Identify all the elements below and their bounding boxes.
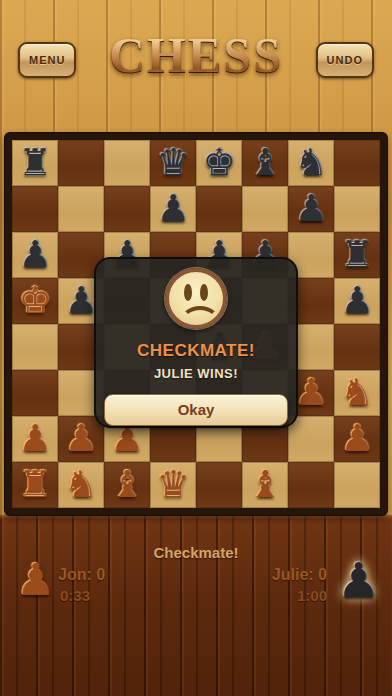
square-c1[interactable]: ♝ — [104, 462, 150, 508]
okay-button[interactable]: Okay — [104, 394, 288, 426]
app-screen: MENU CHESS UNDO ♜♛♚♝♞♟♟♟♟♟♟♜♚♟♞♟♝♟♟♞♟♟♟♟… — [0, 0, 392, 696]
sad-face-right-eye — [200, 284, 208, 301]
square-h3[interactable]: ♞ — [334, 370, 380, 416]
square-h2[interactable]: ♟ — [334, 416, 380, 462]
square-a2[interactable]: ♟ — [12, 416, 58, 462]
square-d7[interactable]: ♟ — [150, 186, 196, 232]
square-b7[interactable] — [58, 186, 104, 232]
square-g7[interactable]: ♟ — [288, 186, 334, 232]
square-g2[interactable] — [288, 416, 334, 462]
piece-black-king[interactable]: ♚ — [196, 140, 242, 186]
black-pawn-icon: ♟ — [337, 556, 380, 604]
piece-white-king[interactable]: ♚ — [12, 278, 58, 324]
square-b2[interactable]: ♟ — [58, 416, 104, 462]
piece-black-pawn[interactable]: ♟ — [12, 232, 58, 278]
sad-face-left-eye — [184, 284, 192, 301]
piece-white-pawn[interactable]: ♟ — [58, 416, 104, 462]
checkmate-dialog: CHECKMATE! JULIE WINS! Okay — [94, 257, 298, 428]
square-c8[interactable] — [104, 140, 150, 186]
square-a4[interactable] — [12, 324, 58, 370]
status-message: Checkmate! — [0, 544, 392, 561]
square-g8[interactable]: ♞ — [288, 140, 334, 186]
piece-black-pawn[interactable]: ♟ — [150, 186, 196, 232]
square-e1[interactable] — [196, 462, 242, 508]
square-a7[interactable] — [12, 186, 58, 232]
square-e8[interactable]: ♚ — [196, 140, 242, 186]
piece-white-bishop[interactable]: ♝ — [104, 462, 150, 508]
white-pawn-icon: ♟ — [16, 556, 55, 604]
piece-white-rook[interactable]: ♜ — [12, 462, 58, 508]
square-d1[interactable]: ♛ — [150, 462, 196, 508]
left-player-clock: 0:33 — [60, 587, 90, 604]
square-h4[interactable] — [334, 324, 380, 370]
square-h7[interactable] — [334, 186, 380, 232]
sad-face-icon — [165, 268, 227, 329]
dialog-title: CHECKMATE! — [137, 341, 255, 361]
piece-black-pawn[interactable]: ♟ — [334, 278, 380, 324]
square-b8[interactable] — [58, 140, 104, 186]
square-e7[interactable] — [196, 186, 242, 232]
wood-background-bottom — [0, 515, 392, 696]
square-h5[interactable]: ♟ — [334, 278, 380, 324]
square-a5[interactable]: ♚ — [12, 278, 58, 324]
square-h8[interactable] — [334, 140, 380, 186]
square-a1[interactable]: ♜ — [12, 462, 58, 508]
piece-black-rook[interactable]: ♜ — [12, 140, 58, 186]
piece-white-pawn[interactable]: ♟ — [334, 416, 380, 462]
piece-black-knight[interactable]: ♞ — [288, 140, 334, 186]
dialog-subtitle: JULIE WINS! — [154, 366, 238, 381]
piece-white-knight[interactable]: ♞ — [334, 370, 380, 416]
square-h6[interactable]: ♜ — [334, 232, 380, 278]
square-a6[interactable]: ♟ — [12, 232, 58, 278]
piece-white-knight[interactable]: ♞ — [58, 462, 104, 508]
undo-button[interactable]: UNDO — [316, 42, 374, 78]
piece-white-pawn[interactable]: ♟ — [12, 416, 58, 462]
piece-black-pawn[interactable]: ♟ — [288, 186, 334, 232]
square-a3[interactable] — [12, 370, 58, 416]
right-player-name-score: Julie: 0 — [272, 566, 327, 584]
piece-black-queen[interactable]: ♛ — [150, 140, 196, 186]
piece-black-bishop[interactable]: ♝ — [242, 140, 288, 186]
piece-white-queen[interactable]: ♛ — [150, 462, 196, 508]
square-g1[interactable] — [288, 462, 334, 508]
square-a8[interactable]: ♜ — [12, 140, 58, 186]
left-player-name-score: Jon: 0 — [58, 566, 105, 584]
sad-face-frown — [180, 306, 220, 338]
square-d8[interactable]: ♛ — [150, 140, 196, 186]
square-c7[interactable] — [104, 186, 150, 232]
right-player-clock: 1:00 — [297, 587, 327, 604]
square-h1[interactable] — [334, 462, 380, 508]
piece-white-bishop[interactable]: ♝ — [242, 462, 288, 508]
square-f1[interactable]: ♝ — [242, 462, 288, 508]
square-f7[interactable] — [242, 186, 288, 232]
square-b1[interactable]: ♞ — [58, 462, 104, 508]
piece-black-rook[interactable]: ♜ — [334, 232, 380, 278]
square-f8[interactable]: ♝ — [242, 140, 288, 186]
